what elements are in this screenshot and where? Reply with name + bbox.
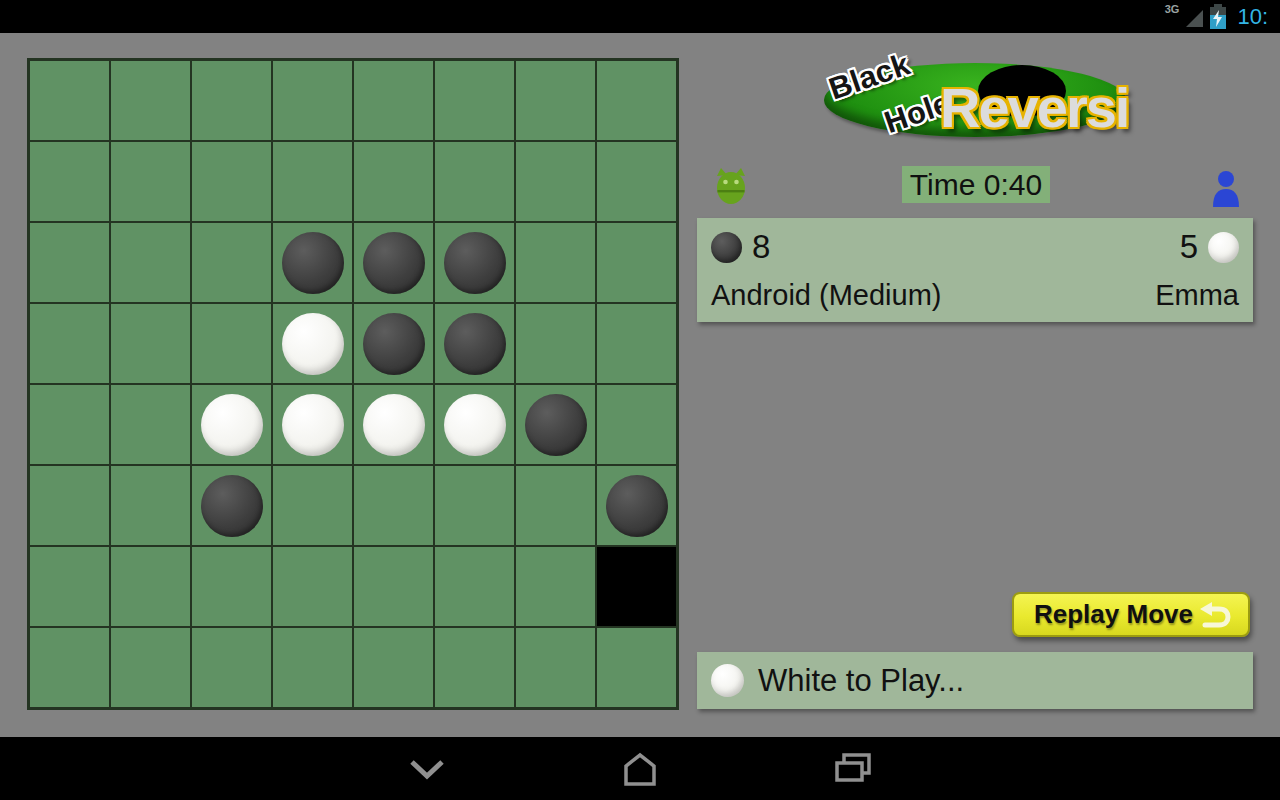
board-cell[interactable] xyxy=(191,465,272,546)
board-cell[interactable] xyxy=(434,222,515,303)
black-hole-cell[interactable] xyxy=(596,546,677,627)
board-cell[interactable] xyxy=(272,222,353,303)
chevron-down-icon xyxy=(408,757,446,781)
board-cell[interactable] xyxy=(515,384,596,465)
board-cell[interactable] xyxy=(353,627,434,708)
board-cell[interactable] xyxy=(110,303,191,384)
home-icon xyxy=(620,752,660,786)
black-disc xyxy=(444,313,506,375)
white-score: 5 xyxy=(1180,228,1198,266)
board-cell[interactable] xyxy=(29,303,110,384)
board-cell[interactable] xyxy=(596,222,677,303)
network-type-label: 3G xyxy=(1165,3,1180,15)
board-cell[interactable] xyxy=(272,384,353,465)
turn-status-bar: White to Play... xyxy=(697,652,1253,709)
board-cell[interactable] xyxy=(29,60,110,141)
board-cell[interactable] xyxy=(29,384,110,465)
signal-strength-icon xyxy=(1186,10,1203,27)
screen: 3G 10: Black Hole Reversi xyxy=(0,0,1280,800)
recents-icon xyxy=(833,752,873,786)
board-cell[interactable] xyxy=(29,222,110,303)
board-cell[interactable] xyxy=(272,627,353,708)
board-cell[interactable] xyxy=(191,546,272,627)
white-player-name: Emma xyxy=(1155,279,1239,312)
board-cell[interactable] xyxy=(29,465,110,546)
black-disc xyxy=(606,475,668,537)
board-cell[interactable] xyxy=(272,60,353,141)
board-cell[interactable] xyxy=(191,303,272,384)
white-disc xyxy=(282,394,344,456)
board-cell[interactable] xyxy=(110,627,191,708)
white-disc xyxy=(444,394,506,456)
android-robot-icon xyxy=(714,165,748,205)
board-cell[interactable] xyxy=(110,60,191,141)
black-disc xyxy=(363,313,425,375)
game-timer: Time 0:40 xyxy=(902,166,1050,203)
status-clock: 10: xyxy=(1237,4,1268,30)
board-cell[interactable] xyxy=(434,141,515,222)
white-score-group: 5 xyxy=(1180,228,1239,266)
turn-status-text: White to Play... xyxy=(758,663,964,699)
board-cell[interactable] xyxy=(353,222,434,303)
board-cell[interactable] xyxy=(434,60,515,141)
black-disc xyxy=(201,475,263,537)
main-area: Black Hole Reversi Time 0:40 8 xyxy=(0,33,1280,737)
board-cell[interactable] xyxy=(596,465,677,546)
white-disc xyxy=(282,313,344,375)
board-cell[interactable] xyxy=(29,627,110,708)
board-cell[interactable] xyxy=(110,546,191,627)
board-cell[interactable] xyxy=(596,141,677,222)
score-panel: 8 5 Android (Medium) Emma xyxy=(697,218,1253,322)
black-disc xyxy=(525,394,587,456)
home-button[interactable] xyxy=(595,737,685,800)
black-disc xyxy=(444,232,506,294)
black-player-name: Android (Medium) xyxy=(711,279,941,312)
board-cell[interactable] xyxy=(515,60,596,141)
score-row: 8 5 xyxy=(711,228,1239,266)
board-cell[interactable] xyxy=(353,465,434,546)
board-cell[interactable] xyxy=(596,627,677,708)
board-cell[interactable] xyxy=(434,384,515,465)
board-cell[interactable] xyxy=(434,465,515,546)
white-disc xyxy=(363,394,425,456)
board-cell[interactable] xyxy=(191,627,272,708)
board-cell[interactable] xyxy=(596,384,677,465)
board-cell[interactable] xyxy=(110,465,191,546)
battery-charging-icon xyxy=(1210,4,1226,30)
reversi-board xyxy=(27,58,679,710)
board-cell[interactable] xyxy=(191,60,272,141)
board-cell[interactable] xyxy=(353,60,434,141)
board-cell[interactable] xyxy=(434,627,515,708)
board-cell[interactable] xyxy=(110,384,191,465)
black-disc-icon xyxy=(711,232,742,263)
replay-move-button[interactable]: Replay Move xyxy=(1012,592,1250,637)
board-cell[interactable] xyxy=(191,222,272,303)
board-cell[interactable] xyxy=(110,222,191,303)
replay-move-label: Replay Move xyxy=(1034,599,1193,630)
board-cell[interactable] xyxy=(515,465,596,546)
board-cell[interactable] xyxy=(272,546,353,627)
board-cell[interactable] xyxy=(272,141,353,222)
player-names-row: Android (Medium) Emma xyxy=(711,279,1239,312)
board-cell[interactable] xyxy=(353,303,434,384)
board-cell[interactable] xyxy=(515,141,596,222)
android-navigation-bar xyxy=(0,737,1280,800)
board-cell[interactable] xyxy=(515,627,596,708)
black-score-group: 8 xyxy=(711,228,770,266)
board-cell[interactable] xyxy=(353,546,434,627)
recents-button[interactable] xyxy=(808,737,898,800)
board-cell[interactable] xyxy=(515,546,596,627)
board-cell[interactable] xyxy=(29,141,110,222)
undo-arrow-icon xyxy=(1196,600,1232,630)
board-cell[interactable] xyxy=(353,384,434,465)
app-logo: Black Hole Reversi xyxy=(818,51,1138,151)
board-cell[interactable] xyxy=(515,303,596,384)
board-cell[interactable] xyxy=(596,60,677,141)
white-disc-icon xyxy=(1208,232,1239,263)
black-score: 8 xyxy=(752,228,770,266)
board-cell[interactable] xyxy=(272,303,353,384)
board-cell[interactable] xyxy=(191,384,272,465)
board-cell[interactable] xyxy=(191,141,272,222)
board-cell[interactable] xyxy=(434,546,515,627)
logo-word-reversi: Reversi xyxy=(940,75,1128,140)
white-disc-icon xyxy=(711,664,744,697)
black-disc xyxy=(363,232,425,294)
back-button[interactable] xyxy=(382,737,472,800)
status-bar: 3G 10: xyxy=(0,0,1280,33)
black-disc xyxy=(282,232,344,294)
board-cell[interactable] xyxy=(110,141,191,222)
human-player-icon xyxy=(1210,169,1242,207)
board-cell[interactable] xyxy=(353,141,434,222)
board-cell[interactable] xyxy=(29,546,110,627)
board-cell[interactable] xyxy=(434,303,515,384)
board-cell[interactable] xyxy=(515,222,596,303)
white-disc xyxy=(201,394,263,456)
board-cell[interactable] xyxy=(596,303,677,384)
board-cell[interactable] xyxy=(272,465,353,546)
